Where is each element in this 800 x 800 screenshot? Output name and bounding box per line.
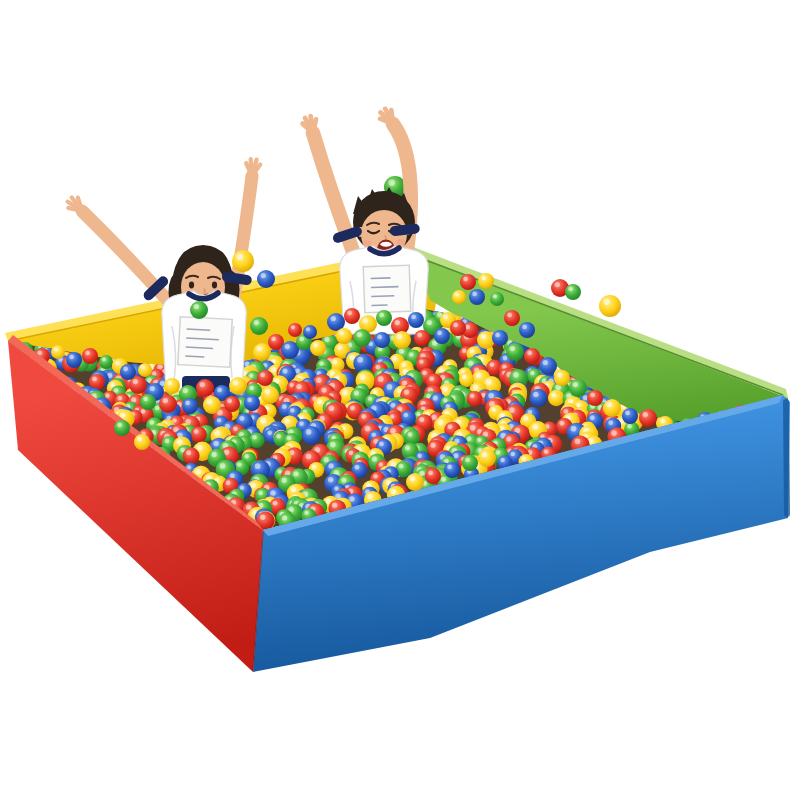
ball-pit-scene [0, 0, 800, 800]
name-bib [363, 265, 411, 313]
name-bib [178, 317, 232, 368]
ball-pit-product-photo [0, 0, 800, 800]
